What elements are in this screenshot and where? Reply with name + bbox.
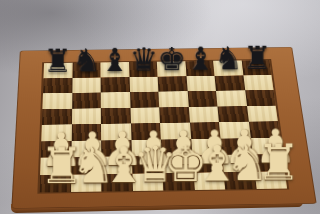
square-b7[interactable] [72, 77, 101, 93]
square-a6[interactable] [42, 93, 71, 109]
square-a1[interactable]: ♜ [40, 174, 71, 192]
square-e6[interactable] [158, 91, 188, 107]
square-c6[interactable] [101, 92, 130, 108]
chessboard[interactable]: ♜♞♝♛♚♝♞♜♟♟♟♟♟♟♟♟♜♞♝♛♚♝♞♜ [40, 60, 288, 192]
square-d7[interactable] [129, 76, 158, 92]
square-f6[interactable] [187, 91, 217, 107]
square-a8[interactable]: ♜ [44, 63, 73, 78]
square-h7[interactable] [243, 75, 274, 91]
black-bishop-c8[interactable]: ♝ [101, 44, 129, 76]
black-rook-a8[interactable]: ♜ [44, 45, 72, 77]
black-rook-h8[interactable]: ♜ [243, 42, 271, 74]
black-king-e8[interactable]: ♚ [158, 43, 186, 75]
white-rook-a1[interactable]: ♜ [40, 141, 71, 190]
square-f7[interactable] [186, 76, 216, 92]
black-knight-g8[interactable]: ♞ [214, 42, 242, 74]
square-e7[interactable] [158, 76, 188, 92]
black-queen-d8[interactable]: ♛ [129, 43, 157, 75]
board-frame: ♜♞♝♛♚♝♞♜♟♟♟♟♟♟♟♟♜♞♝♛♚♝♞♜ [11, 47, 316, 209]
square-b8[interactable]: ♞ [72, 62, 101, 77]
square-g7[interactable] [215, 75, 245, 91]
square-c8[interactable]: ♝ [100, 62, 129, 77]
square-a7[interactable] [43, 78, 72, 94]
square-g8[interactable]: ♞ [213, 60, 243, 75]
square-g6[interactable] [216, 90, 247, 106]
square-c7[interactable] [101, 77, 130, 93]
chessboard-3d: ♜♞♝♛♚♝♞♜♟♟♟♟♟♟♟♟♜♞♝♛♚♝♞♜ [11, 47, 316, 209]
square-d8[interactable]: ♛ [129, 62, 158, 77]
square-b6[interactable] [72, 92, 101, 108]
square-h8[interactable]: ♜ [241, 60, 271, 75]
square-h6[interactable] [245, 90, 276, 106]
black-knight-b8[interactable]: ♞ [72, 44, 100, 76]
square-f8[interactable]: ♝ [185, 61, 215, 76]
photo-scene: ♜♞♝♛♚♝♞♜♟♟♟♟♟♟♟♟♜♞♝♛♚♝♞♜ [0, 0, 320, 214]
square-e8[interactable]: ♚ [157, 61, 186, 76]
black-bishop-f8[interactable]: ♝ [186, 43, 214, 75]
square-d6[interactable] [130, 92, 160, 108]
